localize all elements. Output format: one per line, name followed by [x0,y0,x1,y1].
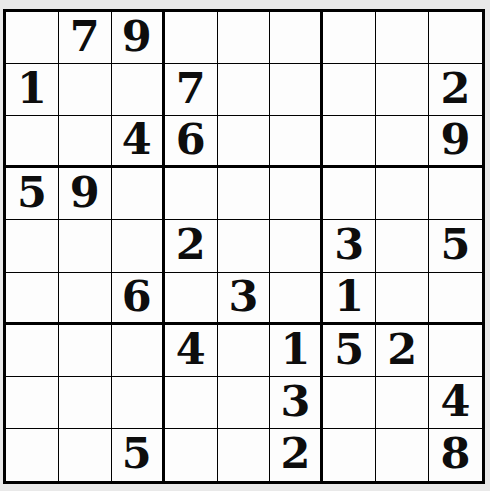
given-digit: 9 [122,15,152,58]
given-digit: 6 [122,275,152,318]
cell-r3c6[interactable] [270,116,323,168]
cell-r3c4[interactable]: 6 [165,116,218,168]
cell-r9c6[interactable]: 2 [270,429,323,481]
given-digit: 5 [334,328,364,371]
cell-r1c8[interactable] [376,12,429,64]
cell-r1c6[interactable] [270,12,323,64]
cell-r6c5[interactable]: 3 [218,273,271,325]
cell-r9c5[interactable] [218,429,271,481]
cell-r6c8[interactable] [376,273,429,325]
given-digit: 1 [280,328,310,371]
cell-r9c2[interactable] [59,429,112,481]
cell-r4c9[interactable] [429,168,482,220]
cell-r3c5[interactable] [218,116,271,168]
cell-r5c5[interactable] [218,220,271,272]
cell-r3c8[interactable] [376,116,429,168]
cell-r3c2[interactable] [59,116,112,168]
sudoku-screen: 7917246959235631415234528 [0,0,490,491]
cell-r6c6[interactable] [270,273,323,325]
cell-r5c3[interactable] [112,220,165,272]
cell-r6c3[interactable]: 6 [112,273,165,325]
given-digit: 9 [441,118,471,161]
cell-r4c3[interactable] [112,168,165,220]
cell-r6c2[interactable] [59,273,112,325]
cell-r8c1[interactable] [6,377,59,429]
cell-r5c2[interactable] [59,220,112,272]
cell-r4c8[interactable] [376,168,429,220]
cell-r9c4[interactable] [165,429,218,481]
cell-r8c3[interactable] [112,377,165,429]
cell-r7c4[interactable]: 4 [165,325,218,377]
cell-r7c9[interactable] [429,325,482,377]
given-digit: 3 [229,275,259,318]
cell-r7c1[interactable] [6,325,59,377]
given-digit: 3 [280,380,310,423]
cell-r4c5[interactable] [218,168,271,220]
given-digit: 3 [334,223,364,266]
given-digit: 4 [176,328,206,371]
sudoku-board: 7917246959235631415234528 [3,9,485,484]
cell-r2c1[interactable]: 1 [6,64,59,116]
cell-r6c9[interactable] [429,273,482,325]
cell-r8c6[interactable]: 3 [270,377,323,429]
cell-r1c7[interactable] [323,12,376,64]
cell-r4c1[interactable]: 5 [6,168,59,220]
cell-r3c1[interactable] [6,116,59,168]
cell-r7c5[interactable] [218,325,271,377]
given-digit: 6 [176,118,206,161]
given-digit: 7 [70,15,100,58]
given-digit: 5 [17,171,47,214]
cell-r1c2[interactable]: 7 [59,12,112,64]
cell-r8c5[interactable] [218,377,271,429]
cell-r5c8[interactable] [376,220,429,272]
given-digit: 2 [280,432,310,475]
cell-r3c7[interactable] [323,116,376,168]
cell-r9c7[interactable] [323,429,376,481]
cell-r6c4[interactable] [165,273,218,325]
cell-r9c1[interactable] [6,429,59,481]
cell-r5c4[interactable]: 2 [165,220,218,272]
cell-r5c9[interactable]: 5 [429,220,482,272]
cell-r2c5[interactable] [218,64,271,116]
cell-r6c1[interactable] [6,273,59,325]
given-digit: 4 [122,118,152,161]
cell-r1c9[interactable] [429,12,482,64]
given-digit: 5 [122,432,152,475]
cell-r1c1[interactable] [6,12,59,64]
given-digit: 4 [441,380,471,423]
cell-r8c8[interactable] [376,377,429,429]
given-digit: 1 [334,275,364,318]
cell-r2c8[interactable] [376,64,429,116]
cell-r6c7[interactable]: 1 [323,273,376,325]
cell-r8c2[interactable] [59,377,112,429]
cell-r2c7[interactable] [323,64,376,116]
given-digit: 5 [441,223,471,266]
cell-r3c3[interactable]: 4 [112,116,165,168]
cell-r9c9[interactable]: 8 [429,429,482,481]
given-digit: 1 [17,67,47,110]
cell-r7c6[interactable]: 1 [270,325,323,377]
cell-r5c6[interactable] [270,220,323,272]
given-digit: 2 [387,328,417,371]
cell-r2c9[interactable]: 2 [429,64,482,116]
given-digit: 9 [70,171,100,214]
cell-r2c6[interactable] [270,64,323,116]
cell-r3c9[interactable]: 9 [429,116,482,168]
cell-r5c1[interactable] [6,220,59,272]
given-digit: 8 [441,432,471,475]
cell-r8c9[interactable]: 4 [429,377,482,429]
cell-r4c6[interactable] [270,168,323,220]
given-digit: 2 [176,223,206,266]
cell-r7c7[interactable]: 5 [323,325,376,377]
given-digit: 7 [176,67,206,110]
cell-r5c7[interactable]: 3 [323,220,376,272]
cell-r2c4[interactable]: 7 [165,64,218,116]
cell-r8c4[interactable] [165,377,218,429]
cell-r4c7[interactable] [323,168,376,220]
cell-r1c5[interactable] [218,12,271,64]
cell-r4c2[interactable]: 9 [59,168,112,220]
cell-r9c8[interactable] [376,429,429,481]
cell-r7c2[interactable] [59,325,112,377]
cell-r8c7[interactable] [323,377,376,429]
cell-r1c3[interactable]: 9 [112,12,165,64]
cell-r7c3[interactable] [112,325,165,377]
cell-r9c3[interactable]: 5 [112,429,165,481]
cell-r1c4[interactable] [165,12,218,64]
cell-r4c4[interactable] [165,168,218,220]
cell-r2c2[interactable] [59,64,112,116]
given-digit: 2 [441,67,471,110]
cell-r7c8[interactable]: 2 [376,325,429,377]
cell-r2c3[interactable] [112,64,165,116]
